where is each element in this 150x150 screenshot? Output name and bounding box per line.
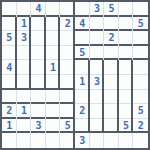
given-digit-r9c3: 3 <box>35 121 41 131</box>
cell-r9c6[interactable] <box>75 119 90 134</box>
cell-r9c8[interactable] <box>104 119 119 134</box>
cell-r3c5[interactable] <box>60 31 75 46</box>
cell-r4c7[interactable] <box>90 46 105 61</box>
cell-r9c3[interactable]: 3 <box>31 119 46 134</box>
cell-r6c6[interactable]: 1 <box>75 75 90 90</box>
cell-r5c1[interactable]: 4 <box>2 60 17 75</box>
given-digit-r5c4: 1 <box>50 62 56 72</box>
cell-r1c6[interactable] <box>75 2 90 17</box>
cell-r5c5[interactable] <box>60 60 75 75</box>
cell-r8c4[interactable] <box>46 104 61 119</box>
cell-r1c4[interactable] <box>46 2 61 17</box>
cell-r1c7[interactable]: 3 <box>90 2 105 17</box>
given-digit-r2c2: 1 <box>21 18 27 28</box>
cell-r5c4[interactable]: 1 <box>46 60 61 75</box>
cell-r10c7[interactable] <box>90 133 105 148</box>
cell-r5c10[interactable] <box>133 60 148 75</box>
given-digit-r4c6: 5 <box>79 48 85 58</box>
cell-r2c4[interactable] <box>46 17 61 32</box>
given-digit-r6c7: 3 <box>94 77 100 87</box>
given-digit-r1c7: 3 <box>94 4 100 14</box>
cell-r2c7[interactable] <box>90 17 105 32</box>
cell-r5c6[interactable] <box>75 60 90 75</box>
cell-r10c3[interactable] <box>31 133 46 148</box>
given-digit-r5c1: 4 <box>6 62 12 72</box>
cell-r3c1[interactable]: 5 <box>2 31 17 46</box>
given-digit-r9c5: 5 <box>65 121 71 131</box>
cell-r4c3[interactable] <box>31 46 46 61</box>
cell-r10c1[interactable] <box>2 133 17 148</box>
cell-r9c1[interactable]: 1 <box>2 119 17 134</box>
cell-r6c2[interactable] <box>17 75 32 90</box>
given-digit-r2c5: 2 <box>65 18 71 28</box>
given-digit-r1c3: 4 <box>35 4 41 14</box>
cell-r5c8[interactable] <box>104 60 119 75</box>
cell-r8c6[interactable]: 2 <box>75 104 90 119</box>
cell-r7c9[interactable] <box>119 90 134 105</box>
cell-r9c9[interactable]: 5 <box>119 119 134 134</box>
cell-r6c3[interactable] <box>31 75 46 90</box>
cell-r1c10[interactable] <box>133 2 148 17</box>
cell-r4c4[interactable] <box>46 46 61 61</box>
cell-r9c4[interactable] <box>46 119 61 134</box>
cell-r6c1[interactable] <box>2 75 17 90</box>
cell-r5c7[interactable] <box>90 60 105 75</box>
cell-r1c2[interactable] <box>17 2 32 17</box>
cell-r8c5[interactable] <box>60 104 75 119</box>
given-digit-r10c6: 3 <box>79 135 85 145</box>
cell-r2c5[interactable]: 2 <box>60 17 75 32</box>
cell-r3c8[interactable]: 2 <box>104 31 119 46</box>
cell-r10c2[interactable] <box>17 133 32 148</box>
cell-r10c4[interactable] <box>46 133 61 148</box>
cell-r9c5[interactable]: 5 <box>60 119 75 134</box>
cell-r1c1[interactable] <box>2 2 17 17</box>
cell-r4c2[interactable] <box>17 46 32 61</box>
cell-r5c3[interactable] <box>31 60 46 75</box>
cell-r9c7[interactable] <box>90 119 105 134</box>
cell-r1c9[interactable] <box>119 2 134 17</box>
cell-r8c10[interactable]: 5 <box>133 104 148 119</box>
cell-r6c7[interactable]: 3 <box>90 75 105 90</box>
given-digit-r8c10: 5 <box>138 106 144 116</box>
given-digit-r1c8: 5 <box>108 4 114 14</box>
cell-r3c2[interactable]: 3 <box>17 31 32 46</box>
cell-r1c3[interactable]: 4 <box>31 2 46 17</box>
cell-r2c6[interactable]: 4 <box>75 17 90 32</box>
cell-r3c9[interactable] <box>119 31 134 46</box>
cell-r5c2[interactable] <box>17 60 32 75</box>
cell-r7c10[interactable] <box>133 90 148 105</box>
cell-r10c8[interactable] <box>104 133 119 148</box>
cell-r3c3[interactable] <box>31 31 46 46</box>
cell-r7c3[interactable] <box>31 90 46 105</box>
cell-r3c4[interactable] <box>46 31 61 46</box>
given-digit-r3c2: 3 <box>21 33 27 43</box>
given-digit-r3c8: 2 <box>108 33 114 43</box>
cell-r6c4[interactable] <box>46 75 61 90</box>
cell-r8c9[interactable] <box>119 104 134 119</box>
cell-r4c9[interactable] <box>119 46 134 61</box>
given-digit-r8c1: 2 <box>6 106 12 116</box>
cell-r10c10[interactable] <box>133 133 148 148</box>
given-digit-r8c6: 2 <box>79 106 85 116</box>
cell-r3c7[interactable] <box>90 31 105 46</box>
cell-r3c10[interactable] <box>133 31 148 46</box>
cell-r4c6[interactable]: 5 <box>75 46 90 61</box>
cell-r7c6[interactable] <box>75 90 90 105</box>
cell-r8c2[interactable]: 1 <box>17 104 32 119</box>
cell-r6c8[interactable] <box>104 75 119 90</box>
cell-r8c1[interactable]: 2 <box>2 104 17 119</box>
cell-r2c3[interactable] <box>31 17 46 32</box>
cell-r8c3[interactable] <box>31 104 46 119</box>
given-digit-r6c6: 1 <box>79 77 85 87</box>
cell-r4c10[interactable] <box>133 46 148 61</box>
cell-r4c8[interactable] <box>104 46 119 61</box>
given-digit-r2c10: 5 <box>138 18 144 28</box>
cell-r6c10[interactable] <box>133 75 148 90</box>
cell-r5c9[interactable] <box>119 60 134 75</box>
cell-r2c1[interactable] <box>2 17 17 32</box>
cell-r4c5[interactable] <box>60 46 75 61</box>
cell-r7c5[interactable] <box>60 90 75 105</box>
cell-r7c2[interactable] <box>17 90 32 105</box>
cell-r10c6[interactable]: 3 <box>75 133 90 148</box>
cell-r1c8[interactable]: 5 <box>104 2 119 17</box>
cell-r10c9[interactable] <box>119 133 134 148</box>
cell-r9c2[interactable] <box>17 119 32 134</box>
puzzle-board: 4351245532541132125135523 <box>0 0 150 150</box>
puzzle-page: 4351245532541132125135523 <box>0 0 150 150</box>
cell-r7c1[interactable] <box>2 90 17 105</box>
cell-r1c5[interactable] <box>60 2 75 17</box>
cell-r6c9[interactable] <box>119 75 134 90</box>
cell-r2c8[interactable] <box>104 17 119 32</box>
given-digit-r9c10: 2 <box>138 121 144 131</box>
cell-r2c9[interactable] <box>119 17 134 32</box>
cell-r2c10[interactable]: 5 <box>133 17 148 32</box>
cell-r8c7[interactable] <box>90 104 105 119</box>
cell-r9c10[interactable]: 2 <box>133 119 148 134</box>
cell-r3c6[interactable] <box>75 31 90 46</box>
given-digit-r3c1: 5 <box>6 33 12 43</box>
cell-r2c2[interactable]: 1 <box>17 17 32 32</box>
cell-r7c8[interactable] <box>104 90 119 105</box>
cell-r10c5[interactable] <box>60 133 75 148</box>
cell-r7c4[interactable] <box>46 90 61 105</box>
given-digit-r9c1: 1 <box>6 121 12 131</box>
cell-r6c5[interactable] <box>60 75 75 90</box>
given-digit-r8c2: 1 <box>21 106 27 116</box>
cell-r8c8[interactable] <box>104 104 119 119</box>
given-digit-r2c6: 4 <box>79 18 85 28</box>
cell-r7c7[interactable] <box>90 90 105 105</box>
given-digit-r9c9: 5 <box>123 121 129 131</box>
cell-r4c1[interactable] <box>2 46 17 61</box>
